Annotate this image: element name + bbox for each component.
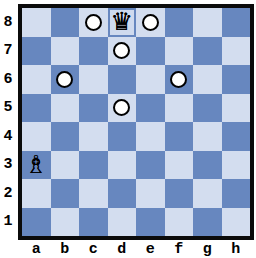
square-b5[interactable] [51, 94, 80, 123]
target-circle-marker [56, 71, 73, 88]
file-label-f: f [165, 240, 194, 258]
square-d5[interactable] [108, 94, 137, 123]
square-d7[interactable] [108, 37, 137, 66]
rank-label-4: 4 [0, 122, 16, 151]
target-circle-marker [142, 14, 159, 31]
square-c8[interactable] [79, 8, 108, 37]
square-h7[interactable] [222, 37, 251, 66]
square-a1[interactable] [22, 208, 51, 237]
square-f6[interactable] [165, 65, 194, 94]
square-g4[interactable] [193, 122, 222, 151]
file-label-g: g [193, 240, 222, 258]
square-b3[interactable] [51, 151, 80, 180]
square-b2[interactable] [51, 179, 80, 208]
square-g2[interactable] [193, 179, 222, 208]
square-f5[interactable] [165, 94, 194, 123]
square-g5[interactable] [193, 94, 222, 123]
white-bishop-piece: ♗ [25, 151, 47, 179]
square-b7[interactable] [51, 37, 80, 66]
square-h3[interactable] [222, 151, 251, 180]
square-g1[interactable] [193, 208, 222, 237]
square-h4[interactable] [222, 122, 251, 151]
square-a6[interactable] [22, 65, 51, 94]
square-c7[interactable] [79, 37, 108, 66]
square-a2[interactable] [22, 179, 51, 208]
square-h1[interactable] [222, 208, 251, 237]
square-e8[interactable] [136, 8, 165, 37]
file-label-a: a [22, 240, 51, 258]
square-h2[interactable] [222, 179, 251, 208]
square-e5[interactable] [136, 94, 165, 123]
file-label-b: b [51, 240, 80, 258]
target-circle-marker [85, 14, 102, 31]
square-b1[interactable] [51, 208, 80, 237]
square-c6[interactable] [79, 65, 108, 94]
square-f4[interactable] [165, 122, 194, 151]
square-f3[interactable] [165, 151, 194, 180]
rank-label-3: 3 [0, 151, 16, 180]
square-g7[interactable] [193, 37, 222, 66]
square-e6[interactable] [136, 65, 165, 94]
rank-label-2: 2 [0, 179, 16, 208]
square-a4[interactable] [22, 122, 51, 151]
square-f7[interactable] [165, 37, 194, 66]
square-a8[interactable] [22, 8, 51, 37]
square-a5[interactable] [22, 94, 51, 123]
square-e1[interactable] [136, 208, 165, 237]
file-label-e: e [136, 240, 165, 258]
square-g6[interactable] [193, 65, 222, 94]
square-c1[interactable] [79, 208, 108, 237]
rank-label-1: 1 [0, 208, 16, 237]
chess-board: ♛♗ [22, 8, 250, 236]
file-label-h: h [222, 240, 251, 258]
rank-label-6: 6 [0, 65, 16, 94]
file-label-d: d [108, 240, 137, 258]
square-a7[interactable] [22, 37, 51, 66]
square-b8[interactable] [51, 8, 80, 37]
square-d3[interactable] [108, 151, 137, 180]
square-h5[interactable] [222, 94, 251, 123]
square-b4[interactable] [51, 122, 80, 151]
rank-label-5: 5 [0, 94, 16, 123]
square-h8[interactable] [222, 8, 251, 37]
square-e4[interactable] [136, 122, 165, 151]
target-circle-marker [113, 42, 130, 59]
square-d2[interactable] [108, 179, 137, 208]
square-d6[interactable] [108, 65, 137, 94]
file-label-c: c [79, 240, 108, 258]
square-e2[interactable] [136, 179, 165, 208]
chess-diagram: { "game": "chess", "position": { "fen": … [0, 0, 256, 258]
square-d4[interactable] [108, 122, 137, 151]
square-d8[interactable]: ♛ [108, 8, 137, 37]
square-a3[interactable]: ♗ [22, 151, 51, 180]
black-queen-piece: ♛ [111, 8, 133, 36]
rank-label-7: 7 [0, 37, 16, 66]
square-e7[interactable] [136, 37, 165, 66]
square-c2[interactable] [79, 179, 108, 208]
square-f2[interactable] [165, 179, 194, 208]
square-c3[interactable] [79, 151, 108, 180]
square-f1[interactable] [165, 208, 194, 237]
square-f8[interactable] [165, 8, 194, 37]
rank-label-8: 8 [0, 8, 16, 37]
square-g8[interactable] [193, 8, 222, 37]
target-circle-marker [170, 71, 187, 88]
square-d1[interactable] [108, 208, 137, 237]
target-circle-marker [113, 99, 130, 116]
square-c4[interactable] [79, 122, 108, 151]
square-e3[interactable] [136, 151, 165, 180]
square-b6[interactable] [51, 65, 80, 94]
board-frame: ♛♗ [18, 4, 254, 240]
square-g3[interactable] [193, 151, 222, 180]
square-c5[interactable] [79, 94, 108, 123]
square-h6[interactable] [222, 65, 251, 94]
